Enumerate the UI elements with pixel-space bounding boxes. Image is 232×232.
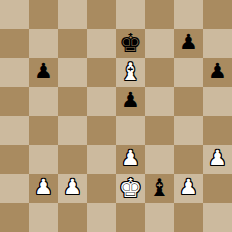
square-a7[interactable] [0,29,29,58]
square-c3[interactable] [58,145,87,174]
square-e6[interactable]: ♝ [116,58,145,87]
piece-white-bishop[interactable]: ♝ [120,60,142,84]
square-d1[interactable] [87,203,116,232]
piece-black-pawn[interactable]: ♟ [179,32,198,53]
square-g6[interactable] [174,58,203,87]
square-d6[interactable] [87,58,116,87]
square-c6[interactable] [58,58,87,87]
piece-white-pawn[interactable]: ♟ [121,148,140,169]
square-f8[interactable] [145,0,174,29]
piece-black-bishop[interactable]: ♝ [149,176,171,200]
square-h2[interactable] [203,174,232,203]
square-c5[interactable] [58,87,87,116]
square-d4[interactable] [87,116,116,145]
square-a1[interactable] [0,203,29,232]
square-a8[interactable] [0,0,29,29]
square-c1[interactable] [58,203,87,232]
square-g3[interactable] [174,145,203,174]
square-b7[interactable] [29,29,58,58]
square-f3[interactable] [145,145,174,174]
square-g2[interactable]: ♟ [174,174,203,203]
square-f5[interactable] [145,87,174,116]
piece-white-pawn[interactable]: ♟ [179,177,198,198]
square-a4[interactable] [0,116,29,145]
square-e8[interactable] [116,0,145,29]
square-b2[interactable]: ♟ [29,174,58,203]
square-c4[interactable] [58,116,87,145]
piece-black-king[interactable]: ♚ [119,30,142,56]
square-b6[interactable]: ♟ [29,58,58,87]
square-e1[interactable] [116,203,145,232]
square-d7[interactable] [87,29,116,58]
square-a3[interactable] [0,145,29,174]
square-h3[interactable]: ♟ [203,145,232,174]
square-b3[interactable] [29,145,58,174]
square-d8[interactable] [87,0,116,29]
piece-white-pawn[interactable]: ♟ [208,148,227,169]
square-a2[interactable] [0,174,29,203]
square-f1[interactable] [145,203,174,232]
square-g4[interactable] [174,116,203,145]
piece-black-pawn[interactable]: ♟ [34,61,53,82]
square-e2[interactable]: ♚ [116,174,145,203]
square-c8[interactable] [58,0,87,29]
square-e7[interactable]: ♚ [116,29,145,58]
square-f6[interactable] [145,58,174,87]
square-g8[interactable] [174,0,203,29]
piece-black-pawn[interactable]: ♟ [121,90,140,111]
square-h5[interactable] [203,87,232,116]
square-b8[interactable] [29,0,58,29]
square-c2[interactable]: ♟ [58,174,87,203]
square-g7[interactable]: ♟ [174,29,203,58]
square-h7[interactable] [203,29,232,58]
piece-white-pawn[interactable]: ♟ [63,177,82,198]
square-h8[interactable] [203,0,232,29]
square-e4[interactable] [116,116,145,145]
square-e5[interactable]: ♟ [116,87,145,116]
piece-white-pawn[interactable]: ♟ [34,177,53,198]
square-e3[interactable]: ♟ [116,145,145,174]
square-a5[interactable] [0,87,29,116]
square-d5[interactable] [87,87,116,116]
chess-board: ♚♟♟♝♟♟♟♟♟♟♚♝♟ [0,0,232,232]
square-h6[interactable]: ♟ [203,58,232,87]
square-h1[interactable] [203,203,232,232]
square-d3[interactable] [87,145,116,174]
square-b1[interactable] [29,203,58,232]
square-d2[interactable] [87,174,116,203]
square-g1[interactable] [174,203,203,232]
square-f4[interactable] [145,116,174,145]
square-g5[interactable] [174,87,203,116]
square-h4[interactable] [203,116,232,145]
square-f2[interactable]: ♝ [145,174,174,203]
piece-black-pawn[interactable]: ♟ [208,61,227,82]
piece-white-king[interactable]: ♚ [119,175,142,201]
square-b4[interactable] [29,116,58,145]
square-a6[interactable] [0,58,29,87]
square-f7[interactable] [145,29,174,58]
square-c7[interactable] [58,29,87,58]
square-b5[interactable] [29,87,58,116]
